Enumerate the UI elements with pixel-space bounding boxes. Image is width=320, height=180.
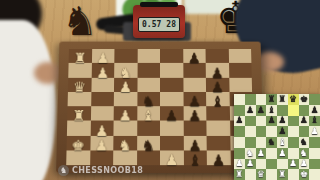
board-square-g6: ♟ [183, 135, 206, 150]
board-square-e3: ♟ [114, 106, 137, 121]
board-square-a3 [114, 49, 137, 63]
overlay-square-h7: ♟ [309, 105, 320, 116]
black-n-piece: ♞ [300, 138, 308, 147]
white-n-piece: ♞ [300, 149, 308, 158]
overlay-square-c1: ♛ [256, 169, 267, 180]
overlay-square-b2: ♟ [245, 159, 256, 170]
white-k-piece: ♚ [300, 170, 308, 179]
board-square-b4 [137, 63, 160, 77]
board-square-e1: ♜ [67, 106, 90, 121]
board-square-b7: ♟ [206, 63, 229, 77]
overlay-square-g3: ♞ [299, 148, 310, 159]
overlay-square-a7 [234, 105, 245, 116]
overlay-square-g2: ♟ [299, 159, 310, 170]
board-square-h7: ♟ [207, 150, 231, 165]
overlay-square-c8 [256, 94, 267, 105]
white-p-piece: ♟ [311, 127, 319, 136]
black-p-piece: ♟ [268, 116, 276, 125]
overlay-square-h5: ♟ [309, 126, 320, 137]
overlay-square-c6 [256, 116, 267, 127]
white-p-piece: ♟ [235, 159, 243, 168]
overlay-square-f8: ♛ [288, 94, 299, 105]
overlay-square-a1: ♜ [234, 169, 245, 180]
overlay-square-d2 [266, 159, 277, 170]
overlay-square-c3: ♟ [256, 148, 267, 159]
board-square-d7: ♝ [206, 92, 229, 106]
overlay-square-e1: ♜ [277, 169, 288, 180]
black-q-piece: ♛ [289, 95, 297, 104]
overlay-square-a8 [234, 94, 245, 105]
board-square-g3: ♞ [113, 135, 136, 150]
overlay-square-c7: ♟ [256, 105, 267, 116]
video-frame: ♞ ♚ 0.57 28 ♜♟♟♟♞♟♛♟♟♞♟♝♜♜♟♝♟♟♜♟♛♚♟♞♞♟♚♟… [0, 0, 320, 180]
board-square-b1 [68, 63, 91, 77]
board-square-b8 [229, 63, 252, 77]
board-square-a1: ♜ [69, 49, 92, 63]
white-r-piece: ♜ [235, 170, 243, 179]
overlay-square-h6: ♝ [309, 116, 320, 127]
overlay-square-h4 [309, 137, 320, 148]
overlay-square-c5 [256, 126, 267, 137]
white-p-piece: ♟ [160, 153, 183, 167]
board-square-c6 [183, 77, 206, 91]
board-square-e7 [206, 106, 229, 121]
overlay-square-g4: ♞ [299, 137, 310, 148]
overlay-square-b5 [245, 126, 256, 137]
board-square-g7 [207, 135, 231, 150]
overlay-square-d3 [266, 148, 277, 159]
left-player-arm [0, 20, 56, 180]
overlay-square-a5 [234, 126, 245, 137]
white-n-piece: ♞ [246, 149, 254, 158]
overlay-square-c4 [256, 137, 267, 148]
board-square-b2: ♟ [91, 63, 114, 77]
overlay-square-b1 [245, 169, 256, 180]
board-square-f5 [160, 121, 183, 136]
overlay-square-e4: ♝ [277, 137, 288, 148]
board-square-d4: ♞ [137, 92, 160, 106]
board-square-c7: ♟ [206, 77, 229, 91]
black-b-piece: ♝ [311, 116, 319, 125]
board-square-f7 [206, 121, 229, 136]
white-p-piece: ♟ [278, 149, 286, 158]
board-square-e6: ♟ [183, 106, 206, 121]
black-p-piece: ♟ [207, 153, 231, 167]
white-r-piece: ♜ [278, 170, 286, 179]
overlay-square-g8: ♚ [299, 94, 310, 105]
overlay-square-f7 [288, 105, 299, 116]
board-square-e2 [90, 106, 113, 121]
overlay-square-f1 [288, 169, 299, 180]
overlay-square-a6: ♟ [234, 116, 245, 127]
overlay-square-c2 [256, 159, 267, 170]
board-square-b3: ♞ [114, 63, 137, 77]
board-square-a5 [160, 49, 183, 63]
overlay-square-f6 [288, 116, 299, 127]
board-square-d6: ♟ [183, 92, 206, 106]
board-square-e5: ♟ [160, 106, 183, 121]
board-square-g5 [160, 135, 183, 150]
board-square-f2: ♟ [90, 121, 113, 136]
clock-time-right: 28 [166, 20, 176, 29]
board-square-a6: ♟ [183, 49, 206, 63]
black-k-piece: ♚ [300, 95, 308, 104]
chess-clock: 0.57 28 [133, 5, 185, 38]
white-p-piece: ♟ [257, 149, 265, 158]
board-square-f3 [113, 121, 136, 136]
board-square-c5 [160, 77, 183, 91]
overlay-square-b6 [245, 116, 256, 127]
overlay-square-e3: ♟ [277, 148, 288, 159]
board-square-d2 [91, 92, 114, 106]
overlay-square-f4 [288, 137, 299, 148]
overlay-square-g1: ♚ [299, 169, 310, 180]
overlay-square-d5 [266, 126, 277, 137]
white-q-piece: ♛ [257, 170, 265, 179]
black-p-piece: ♟ [278, 116, 286, 125]
black-p-piece: ♟ [300, 116, 308, 125]
overlay-square-e7 [277, 105, 288, 116]
overlay-square-a3 [234, 148, 245, 159]
board-square-f1 [67, 121, 91, 136]
overlay-square-f5 [288, 126, 299, 137]
board-square-h6: ♝ [183, 150, 207, 165]
board-square-f6 [183, 121, 206, 136]
black-p-piece: ♟ [311, 106, 319, 115]
board-square-h5: ♟ [160, 150, 183, 165]
overlay-square-d4: ♞ [266, 137, 277, 148]
overlay-square-h1 [309, 169, 320, 180]
black-p-piece: ♟ [278, 127, 286, 136]
board-square-b6 [183, 63, 206, 77]
white-b-piece: ♝ [278, 138, 286, 147]
board-square-a4 [137, 49, 160, 63]
white-p-piece: ♟ [246, 159, 254, 168]
black-n-piece: ♞ [268, 138, 276, 147]
black-r-piece: ♜ [278, 95, 286, 104]
overlay-square-a4 [234, 137, 245, 148]
overlay-square-h8 [309, 94, 320, 105]
overlay-square-h3 [309, 148, 320, 159]
white-p-piece: ♟ [289, 159, 297, 168]
board-square-h1 [66, 150, 90, 165]
overlay-square-g6: ♟ [299, 116, 310, 127]
overlay-square-b8 [245, 94, 256, 105]
watermark: ♞ CHESSNOOB18 [58, 165, 143, 176]
overlay-square-e5: ♟ [277, 126, 288, 137]
black-p-piece: ♟ [235, 116, 243, 125]
overlay-square-d1 [266, 169, 277, 180]
board-square-h4 [137, 150, 160, 165]
overlay-square-d7: ♝ [266, 105, 277, 116]
board-square-g1: ♚ [67, 135, 91, 150]
board-square-a2: ♟ [91, 49, 114, 63]
captured-knight-piece: ♞ [62, 0, 98, 44]
overlay-square-d8: ♜ [266, 94, 277, 105]
board-square-d3 [114, 92, 137, 106]
board-square-a8 [228, 49, 251, 63]
board-square-c3: ♟ [114, 77, 137, 91]
clock-display: 0.57 28 [138, 17, 180, 32]
watermark-text: CHESSNOOB18 [72, 166, 143, 175]
digital-board-overlay: ♜♜♛♚♟♟♝♟♟♟♟♟♝♟♟♞♝♞♞♟♟♞♟♟♟♟♜♛♜♚ [234, 94, 320, 180]
board-square-e4: ♝ [137, 106, 160, 121]
board-square-h3 [113, 150, 137, 165]
overlay-square-d6: ♟ [266, 116, 277, 127]
board-square-d1 [68, 92, 91, 106]
white-p-piece: ♟ [300, 159, 308, 168]
physical-board-grid: ♜♟♟♟♞♟♛♟♟♞♟♝♜♜♟♝♟♟♜♟♛♚♟♞♞♟♚♟♝♟ [66, 49, 254, 165]
overlay-square-f3 [288, 148, 299, 159]
overlay-square-a2: ♟ [234, 159, 245, 170]
overlay-square-e8: ♜ [277, 94, 288, 105]
overlay-square-b3: ♞ [245, 148, 256, 159]
clock-rocker-button [140, 2, 178, 7]
clock-time-left: 0.57 [142, 20, 161, 29]
black-b-piece: ♝ [183, 153, 207, 167]
board-square-c8 [229, 77, 252, 91]
board-square-c4 [137, 77, 160, 91]
physical-chess-board: ♜♟♟♟♞♟♛♟♟♞♟♝♜♜♟♝♟♟♜♟♛♚♟♞♞♟♚♟♝♟ [56, 42, 264, 173]
overlay-square-e6: ♟ [277, 116, 288, 127]
overlay-square-f2: ♟ [288, 159, 299, 170]
board-square-f4 [137, 121, 160, 136]
board-square-a7 [206, 49, 229, 63]
overlay-square-e2 [277, 159, 288, 170]
board-square-g2: ♟ [90, 135, 114, 150]
board-square-h2 [90, 150, 114, 165]
board-square-d5 [160, 92, 183, 106]
black-r-piece: ♜ [268, 95, 276, 104]
board-square-c2 [91, 77, 114, 91]
overlay-square-g5 [299, 126, 310, 137]
black-p-piece: ♟ [257, 106, 265, 115]
board-square-b5 [160, 63, 183, 77]
board-square-c1: ♛ [68, 77, 91, 91]
board-square-g4: ♞ [137, 135, 160, 150]
overlay-square-g7 [299, 105, 310, 116]
knight-icon: ♞ [58, 165, 69, 176]
black-p-piece: ♟ [246, 106, 254, 115]
overlay-square-b4 [245, 137, 256, 148]
black-b-piece: ♝ [268, 106, 276, 115]
overlay-square-b7: ♟ [245, 105, 256, 116]
overlay-square-h2 [309, 159, 320, 170]
